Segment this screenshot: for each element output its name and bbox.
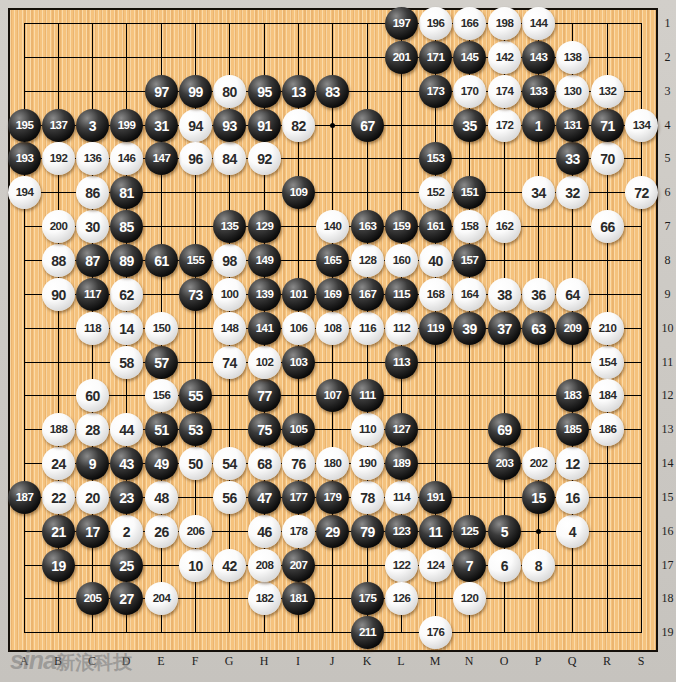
stone-number: 10 — [188, 559, 203, 573]
stone: 33 — [556, 142, 589, 175]
stone: 2 — [110, 515, 143, 548]
stone: 17 — [76, 515, 109, 548]
stone: 100 — [213, 278, 246, 311]
stone: 30 — [76, 210, 109, 243]
stone: 22 — [42, 481, 75, 514]
stone-number: 179 — [324, 492, 342, 504]
stone-number: 181 — [290, 593, 308, 605]
stone: 164 — [453, 278, 486, 311]
stone-number: 148 — [221, 323, 239, 335]
stone: 103 — [282, 346, 315, 379]
stone: 171 — [419, 41, 452, 74]
stone: 9 — [76, 447, 109, 480]
stone-number: 61 — [154, 254, 169, 268]
stone: 210 — [591, 312, 624, 345]
stone: 193 — [8, 142, 41, 175]
row-label: 6 — [660, 185, 675, 200]
stone: 174 — [488, 75, 521, 108]
stone-number: 202 — [530, 458, 548, 470]
stone: 48 — [145, 481, 178, 514]
stone: 80 — [213, 75, 246, 108]
stone: 116 — [351, 312, 384, 345]
stone: 192 — [42, 142, 75, 175]
row-label: 17 — [660, 558, 675, 573]
stone-number: 118 — [84, 323, 101, 335]
stone-number: 62 — [119, 288, 134, 302]
stone-number: 154 — [599, 357, 617, 369]
stone-number: 176 — [427, 627, 445, 639]
stone: 82 — [282, 109, 315, 142]
stone-number: 120 — [461, 593, 479, 605]
stone-number: 29 — [325, 525, 340, 539]
stone-number: 125 — [461, 526, 479, 538]
row-label: 8 — [660, 253, 675, 268]
stone: 114 — [385, 481, 418, 514]
stone-number: 73 — [188, 288, 203, 302]
stone: 90 — [42, 278, 75, 311]
sina-watermark: sina新浪科技 — [10, 646, 132, 676]
stone-number: 153 — [427, 153, 445, 165]
stone-number: 25 — [119, 559, 134, 573]
stone-number: 16 — [565, 491, 580, 505]
stone-number: 33 — [565, 152, 580, 166]
stone: 7 — [453, 549, 486, 582]
stone-number: 183 — [564, 390, 582, 402]
stone: 167 — [351, 278, 384, 311]
stone-number: 80 — [222, 85, 237, 99]
stone-number: 158 — [461, 221, 479, 233]
stone-number: 150 — [153, 323, 171, 335]
stone: 53 — [179, 413, 212, 446]
stone: 74 — [213, 346, 246, 379]
stone-number: 17 — [85, 525, 100, 539]
stone-number: 132 — [599, 86, 617, 98]
stone: 157 — [453, 244, 486, 277]
stone: 85 — [110, 210, 143, 243]
stone: 77 — [248, 379, 281, 412]
stone: 111 — [351, 379, 384, 412]
stone: 148 — [213, 312, 246, 345]
stone-number: 8 — [535, 559, 542, 573]
stone-number: 177 — [290, 492, 308, 504]
stone-number: 51 — [154, 423, 169, 437]
stone: 136 — [76, 142, 109, 175]
stone: 188 — [42, 413, 75, 446]
stone: 127 — [385, 413, 418, 446]
stone-number: 137 — [50, 120, 68, 132]
stone: 206 — [179, 515, 212, 548]
stone-number: 173 — [427, 86, 445, 98]
stone-number: 207 — [290, 560, 308, 572]
stone: 120 — [453, 582, 486, 615]
stone-number: 189 — [393, 458, 411, 470]
stone-number: 186 — [599, 424, 617, 436]
stone: 67 — [351, 109, 384, 142]
stone: 25 — [110, 549, 143, 582]
stone: 83 — [316, 75, 349, 108]
col-label: J — [324, 654, 340, 669]
row-label: 16 — [660, 524, 675, 539]
stone: 169 — [316, 278, 349, 311]
stone-number: 46 — [257, 525, 272, 539]
stone-number: 209 — [564, 323, 582, 335]
stone-number: 64 — [565, 288, 580, 302]
stone: 70 — [591, 142, 624, 175]
stone: 201 — [385, 41, 418, 74]
stone-number: 155 — [187, 255, 205, 267]
stone: 29 — [316, 515, 349, 548]
stone: 63 — [522, 312, 555, 345]
row-label: 7 — [660, 219, 675, 234]
stone-number: 102 — [256, 357, 274, 369]
stone-number: 82 — [291, 119, 306, 133]
stone-number: 13 — [291, 85, 306, 99]
stone-number: 66 — [600, 220, 615, 234]
stone-number: 126 — [393, 593, 411, 605]
row-label: 11 — [660, 355, 675, 370]
col-label: L — [393, 654, 409, 669]
stone-number: 60 — [85, 389, 100, 403]
stone: 97 — [145, 75, 178, 108]
stone-number: 30 — [85, 220, 100, 234]
stone-number: 50 — [188, 457, 203, 471]
stone-number: 38 — [497, 288, 512, 302]
stone: 42 — [213, 549, 246, 582]
stone-number: 31 — [154, 119, 169, 133]
stone-number: 165 — [324, 255, 342, 267]
stone: 113 — [385, 346, 418, 379]
stone: 147 — [145, 142, 178, 175]
stone-number: 76 — [291, 457, 306, 471]
stone: 185 — [556, 413, 589, 446]
stone: 141 — [248, 312, 281, 345]
stone: 24 — [42, 447, 75, 480]
stone: 129 — [248, 210, 281, 243]
stone-number: 23 — [119, 491, 134, 505]
stone: 32 — [556, 176, 589, 209]
stone: 209 — [556, 312, 589, 345]
stone: 71 — [591, 109, 624, 142]
stone-number: 122 — [393, 560, 411, 572]
stone-number: 68 — [257, 457, 272, 471]
stone: 142 — [488, 41, 521, 74]
stone: 26 — [145, 515, 178, 548]
stone-number: 151 — [461, 187, 479, 199]
stone: 19 — [42, 549, 75, 582]
stone-number: 99 — [188, 85, 203, 99]
stone: 196 — [419, 7, 452, 40]
stone-number: 90 — [51, 288, 66, 302]
stone: 28 — [76, 413, 109, 446]
stone-number: 79 — [360, 525, 375, 539]
stone: 11 — [419, 515, 452, 548]
stone: 84 — [213, 142, 246, 175]
stone: 197 — [385, 7, 418, 40]
stone-number: 139 — [256, 289, 274, 301]
stone: 122 — [385, 549, 418, 582]
stone-number: 15 — [531, 491, 546, 505]
stone: 124 — [419, 549, 452, 582]
col-label: E — [153, 654, 169, 669]
col-label: S — [633, 654, 649, 669]
stone: 72 — [625, 176, 658, 209]
stone-number: 97 — [154, 85, 169, 99]
stone-number: 101 — [290, 289, 308, 301]
stone: 99 — [179, 75, 212, 108]
col-label: Q — [564, 654, 580, 669]
col-label: R — [599, 654, 615, 669]
stone-number: 24 — [51, 457, 66, 471]
stone: 15 — [522, 481, 555, 514]
stone-number: 70 — [600, 152, 615, 166]
stone-number: 160 — [393, 255, 411, 267]
col-label: N — [461, 654, 477, 669]
stone-number: 28 — [85, 423, 100, 437]
stone: 55 — [179, 379, 212, 412]
stone: 135 — [213, 210, 246, 243]
stone-number: 35 — [462, 119, 477, 133]
stone: 34 — [522, 176, 555, 209]
stone: 57 — [145, 346, 178, 379]
stone-number: 57 — [154, 356, 169, 370]
stone-number: 187 — [16, 492, 34, 504]
stone: 112 — [385, 312, 418, 345]
stone-number: 133 — [530, 86, 548, 98]
stone: 177 — [282, 481, 315, 514]
stone-number: 26 — [154, 525, 169, 539]
stone-number: 206 — [187, 526, 205, 538]
stone: 180 — [316, 447, 349, 480]
stone: 166 — [453, 7, 486, 40]
stone-number: 131 — [564, 120, 582, 132]
stone-number: 129 — [256, 221, 274, 233]
stone: 86 — [76, 176, 109, 209]
stone-number: 200 — [50, 221, 68, 233]
stone: 134 — [625, 109, 658, 142]
col-label: F — [187, 654, 203, 669]
stone-number: 83 — [325, 85, 340, 99]
stone: 27 — [110, 582, 143, 615]
stone: 96 — [179, 142, 212, 175]
stone-number: 194 — [16, 187, 34, 199]
stone-number: 108 — [324, 323, 342, 335]
stone-number: 141 — [256, 323, 274, 335]
stone: 189 — [385, 447, 418, 480]
stone: 43 — [110, 447, 143, 480]
stone: 162 — [488, 210, 521, 243]
stone: 178 — [282, 515, 315, 548]
stone: 138 — [556, 41, 589, 74]
stone-number: 92 — [257, 152, 272, 166]
stone: 13 — [282, 75, 315, 108]
stone: 40 — [419, 244, 452, 277]
stone-number: 143 — [530, 52, 548, 64]
stone-number: 32 — [565, 186, 580, 200]
stone-number: 197 — [393, 18, 411, 30]
stone-number: 116 — [359, 323, 376, 335]
stone: 107 — [316, 379, 349, 412]
stone: 89 — [110, 244, 143, 277]
stone-number: 171 — [427, 52, 445, 64]
row-label: 19 — [660, 625, 675, 640]
stone-number: 159 — [393, 221, 411, 233]
stone: 194 — [8, 176, 41, 209]
stone: 115 — [385, 278, 418, 311]
stone: 161 — [419, 210, 452, 243]
stone: 10 — [179, 549, 212, 582]
stone: 108 — [316, 312, 349, 345]
stone: 199 — [110, 109, 143, 142]
stone: 16 — [556, 481, 589, 514]
stone: 91 — [248, 109, 281, 142]
stone-number: 111 — [359, 390, 375, 402]
stone: 47 — [248, 481, 281, 514]
stone: 168 — [419, 278, 452, 311]
stone: 8 — [522, 549, 555, 582]
stone-number: 203 — [496, 458, 514, 470]
stone-number: 138 — [564, 52, 582, 64]
stone-number: 110 — [359, 424, 376, 436]
stone: 155 — [179, 244, 212, 277]
stone: 102 — [248, 346, 281, 379]
stone: 73 — [179, 278, 212, 311]
row-label: 9 — [660, 287, 675, 302]
watermark-latin: sina — [10, 646, 56, 674]
stone-number: 210 — [599, 323, 617, 335]
stone: 133 — [522, 75, 555, 108]
stone: 150 — [145, 312, 178, 345]
stone: 139 — [248, 278, 281, 311]
stone-number: 43 — [119, 457, 134, 471]
stone: 119 — [419, 312, 452, 345]
stone-number: 94 — [188, 119, 203, 133]
stone: 163 — [351, 210, 384, 243]
col-label: G — [221, 654, 237, 669]
stone-number: 180 — [324, 458, 342, 470]
stone: 149 — [248, 244, 281, 277]
stone: 144 — [522, 7, 555, 40]
col-label: P — [530, 654, 546, 669]
stone: 143 — [522, 41, 555, 74]
stone-number: 178 — [290, 526, 308, 538]
col-label: K — [359, 654, 375, 669]
stone: 37 — [488, 312, 521, 345]
stone: 23 — [110, 481, 143, 514]
stone-number: 106 — [290, 323, 308, 335]
stone: 146 — [110, 142, 143, 175]
col-label: O — [496, 654, 512, 669]
stone: 117 — [76, 278, 109, 311]
stone-number: 56 — [222, 491, 237, 505]
stone: 51 — [145, 413, 178, 446]
stone: 36 — [522, 278, 555, 311]
stone: 173 — [419, 75, 452, 108]
kifu-screenshot: ABCDEFGHIJKLMNOPQRS123456789101112131415… — [0, 0, 676, 682]
stone-number: 67 — [360, 119, 375, 133]
stone-number: 77 — [257, 389, 272, 403]
row-label: 15 — [660, 490, 675, 505]
stone: 62 — [110, 278, 143, 311]
stone-number: 190 — [359, 458, 377, 470]
stone: 195 — [8, 109, 41, 142]
stone-number: 193 — [16, 153, 34, 165]
stone-number: 39 — [462, 322, 477, 336]
stone-number: 168 — [427, 289, 445, 301]
stone: 140 — [316, 210, 349, 243]
stone: 5 — [488, 515, 521, 548]
stone-number: 117 — [84, 289, 101, 301]
stone-number: 19 — [51, 559, 66, 573]
stone-number: 22 — [51, 491, 66, 505]
stone: 6 — [488, 549, 521, 582]
stone-number: 196 — [427, 18, 445, 30]
stone: 68 — [248, 447, 281, 480]
col-label: I — [290, 654, 306, 669]
stone-number: 170 — [461, 86, 479, 98]
stone: 131 — [556, 109, 589, 142]
stone-number: 100 — [221, 289, 239, 301]
stone-number: 140 — [324, 221, 342, 233]
stone-number: 164 — [461, 289, 479, 301]
stone: 158 — [453, 210, 486, 243]
star-point — [330, 123, 335, 128]
stone-number: 81 — [119, 186, 134, 200]
stone-number: 55 — [188, 389, 203, 403]
stone: 205 — [76, 582, 109, 615]
stone: 159 — [385, 210, 418, 243]
grid-line-horizontal — [24, 632, 642, 633]
stone-number: 163 — [359, 221, 377, 233]
stone-number: 85 — [119, 220, 134, 234]
stone-number: 9 — [89, 457, 96, 471]
stone-number: 112 — [393, 323, 410, 335]
stone-number: 123 — [393, 526, 411, 538]
stone-number: 115 — [393, 289, 410, 301]
stone-number: 58 — [119, 356, 134, 370]
stone-number: 27 — [119, 592, 134, 606]
stone: 153 — [419, 142, 452, 175]
stone: 81 — [110, 176, 143, 209]
stone-number: 87 — [85, 254, 100, 268]
stone-number: 145 — [461, 52, 479, 64]
stone: 172 — [488, 109, 521, 142]
stone: 92 — [248, 142, 281, 175]
row-label: 14 — [660, 456, 675, 471]
stone-number: 69 — [497, 423, 512, 437]
stone: 202 — [522, 447, 555, 480]
stone-number: 195 — [16, 120, 34, 132]
stone: 184 — [591, 379, 624, 412]
stone-number: 36 — [531, 288, 546, 302]
stone-number: 6 — [501, 559, 508, 573]
stone-number: 166 — [461, 18, 479, 30]
stone: 60 — [76, 379, 109, 412]
stone-number: 40 — [428, 254, 443, 268]
col-label: H — [256, 654, 272, 669]
stone: 31 — [145, 109, 178, 142]
stone: 156 — [145, 379, 178, 412]
stone-number: 86 — [85, 186, 100, 200]
stone: 46 — [248, 515, 281, 548]
star-point — [536, 529, 541, 534]
stone: 181 — [282, 582, 315, 615]
stone: 152 — [419, 176, 452, 209]
stone-number: 21 — [51, 525, 66, 539]
stone: 109 — [282, 176, 315, 209]
watermark-cn: 新浪科技 — [56, 652, 132, 673]
stone-number: 11 — [429, 525, 443, 539]
stone-number: 72 — [634, 186, 649, 200]
